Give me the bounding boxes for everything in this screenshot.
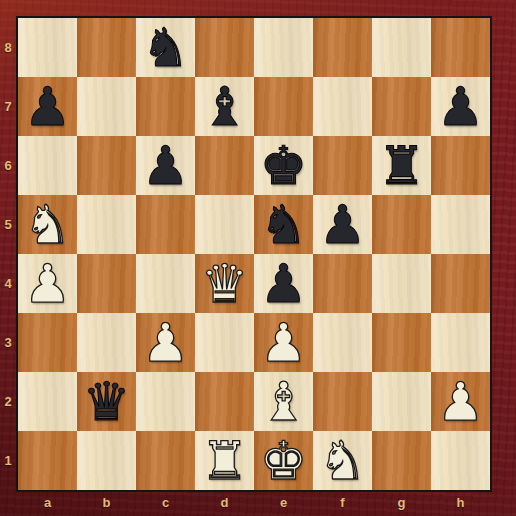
square-a1[interactable] xyxy=(18,431,77,490)
square-f3[interactable] xyxy=(313,313,372,372)
square-c4[interactable] xyxy=(136,254,195,313)
chess-board: ♞♟♝♟♟♚♜♞♞♟♟♛♟♟♟♛♝♟♜♚♞ xyxy=(16,16,492,492)
piece-white-pawn-c3[interactable]: ♟ xyxy=(136,313,195,372)
rank-label-7: 7 xyxy=(0,77,16,136)
square-d1[interactable]: ♜ xyxy=(195,431,254,490)
square-b8[interactable] xyxy=(77,18,136,77)
file-label-f: f xyxy=(313,492,372,516)
square-h6[interactable] xyxy=(431,136,490,195)
square-f8[interactable] xyxy=(313,18,372,77)
square-d3[interactable] xyxy=(195,313,254,372)
square-h5[interactable] xyxy=(431,195,490,254)
square-c2[interactable] xyxy=(136,372,195,431)
square-f1[interactable]: ♞ xyxy=(313,431,372,490)
square-f2[interactable] xyxy=(313,372,372,431)
square-g2[interactable] xyxy=(372,372,431,431)
piece-black-pawn-c6[interactable]: ♟ xyxy=(136,136,195,195)
square-h8[interactable] xyxy=(431,18,490,77)
square-g6[interactable]: ♜ xyxy=(372,136,431,195)
piece-white-pawn-h2[interactable]: ♟ xyxy=(431,372,490,431)
piece-black-bishop-d7[interactable]: ♝ xyxy=(195,77,254,136)
square-a3[interactable] xyxy=(18,313,77,372)
file-label-g: g xyxy=(372,492,431,516)
square-h7[interactable]: ♟ xyxy=(431,77,490,136)
square-c3[interactable]: ♟ xyxy=(136,313,195,372)
square-d6[interactable] xyxy=(195,136,254,195)
square-g7[interactable] xyxy=(372,77,431,136)
square-h3[interactable] xyxy=(431,313,490,372)
square-f5[interactable]: ♟ xyxy=(313,195,372,254)
square-g1[interactable] xyxy=(372,431,431,490)
piece-black-knight-c8[interactable]: ♞ xyxy=(136,18,195,77)
square-a8[interactable] xyxy=(18,18,77,77)
piece-white-queen-d4[interactable]: ♛ xyxy=(195,254,254,313)
square-e1[interactable]: ♚ xyxy=(254,431,313,490)
square-b3[interactable] xyxy=(77,313,136,372)
square-e2[interactable]: ♝ xyxy=(254,372,313,431)
piece-black-rook-g6[interactable]: ♜ xyxy=(372,136,431,195)
piece-white-knight-a5[interactable]: ♞ xyxy=(18,195,77,254)
square-e3[interactable]: ♟ xyxy=(254,313,313,372)
file-label-c: c xyxy=(136,492,195,516)
square-b4[interactable] xyxy=(77,254,136,313)
square-h1[interactable] xyxy=(431,431,490,490)
square-e5[interactable]: ♞ xyxy=(254,195,313,254)
square-g5[interactable] xyxy=(372,195,431,254)
square-c6[interactable]: ♟ xyxy=(136,136,195,195)
piece-white-bishop-e2[interactable]: ♝ xyxy=(254,372,313,431)
square-b1[interactable] xyxy=(77,431,136,490)
square-d2[interactable] xyxy=(195,372,254,431)
square-b5[interactable] xyxy=(77,195,136,254)
square-c5[interactable] xyxy=(136,195,195,254)
square-b2[interactable]: ♛ xyxy=(77,372,136,431)
rank-label-4: 4 xyxy=(0,254,16,313)
piece-white-king-e1[interactable]: ♚ xyxy=(254,431,313,490)
rank-label-6: 6 xyxy=(0,136,16,195)
piece-black-king-e6[interactable]: ♚ xyxy=(254,136,313,195)
square-d5[interactable] xyxy=(195,195,254,254)
square-a5[interactable]: ♞ xyxy=(18,195,77,254)
square-g4[interactable] xyxy=(372,254,431,313)
board-frame: ♞♟♝♟♟♚♜♞♞♟♟♛♟♟♟♛♝♟♜♚♞ 87654321 abcdefgh xyxy=(0,0,516,516)
square-g8[interactable] xyxy=(372,18,431,77)
square-e8[interactable] xyxy=(254,18,313,77)
square-d4[interactable]: ♛ xyxy=(195,254,254,313)
rank-label-8: 8 xyxy=(0,18,16,77)
piece-black-queen-b2[interactable]: ♛ xyxy=(77,372,136,431)
square-e7[interactable] xyxy=(254,77,313,136)
rank-label-2: 2 xyxy=(0,372,16,431)
square-f4[interactable] xyxy=(313,254,372,313)
square-a6[interactable] xyxy=(18,136,77,195)
square-d7[interactable]: ♝ xyxy=(195,77,254,136)
rank-label-1: 1 xyxy=(0,431,16,490)
piece-black-pawn-f5[interactable]: ♟ xyxy=(313,195,372,254)
file-label-a: a xyxy=(18,492,77,516)
square-f6[interactable] xyxy=(313,136,372,195)
piece-black-pawn-a7[interactable]: ♟ xyxy=(18,77,77,136)
square-f7[interactable] xyxy=(313,77,372,136)
square-e4[interactable]: ♟ xyxy=(254,254,313,313)
square-b6[interactable] xyxy=(77,136,136,195)
square-b7[interactable] xyxy=(77,77,136,136)
piece-black-pawn-h7[interactable]: ♟ xyxy=(431,77,490,136)
piece-white-knight-f1[interactable]: ♞ xyxy=(313,431,372,490)
rank-label-3: 3 xyxy=(0,313,16,372)
square-d8[interactable] xyxy=(195,18,254,77)
piece-white-pawn-e3[interactable]: ♟ xyxy=(254,313,313,372)
square-h4[interactable] xyxy=(431,254,490,313)
square-c7[interactable] xyxy=(136,77,195,136)
file-label-h: h xyxy=(431,492,490,516)
square-c8[interactable]: ♞ xyxy=(136,18,195,77)
square-a4[interactable]: ♟ xyxy=(18,254,77,313)
square-a2[interactable] xyxy=(18,372,77,431)
square-c1[interactable] xyxy=(136,431,195,490)
file-label-b: b xyxy=(77,492,136,516)
rank-label-5: 5 xyxy=(0,195,16,254)
piece-white-rook-d1[interactable]: ♜ xyxy=(195,431,254,490)
piece-white-pawn-a4[interactable]: ♟ xyxy=(18,254,77,313)
piece-black-pawn-e4[interactable]: ♟ xyxy=(254,254,313,313)
square-a7[interactable]: ♟ xyxy=(18,77,77,136)
square-g3[interactable] xyxy=(372,313,431,372)
square-h2[interactable]: ♟ xyxy=(431,372,490,431)
file-label-e: e xyxy=(254,492,313,516)
piece-black-knight-e5[interactable]: ♞ xyxy=(254,195,313,254)
file-label-d: d xyxy=(195,492,254,516)
square-e6[interactable]: ♚ xyxy=(254,136,313,195)
